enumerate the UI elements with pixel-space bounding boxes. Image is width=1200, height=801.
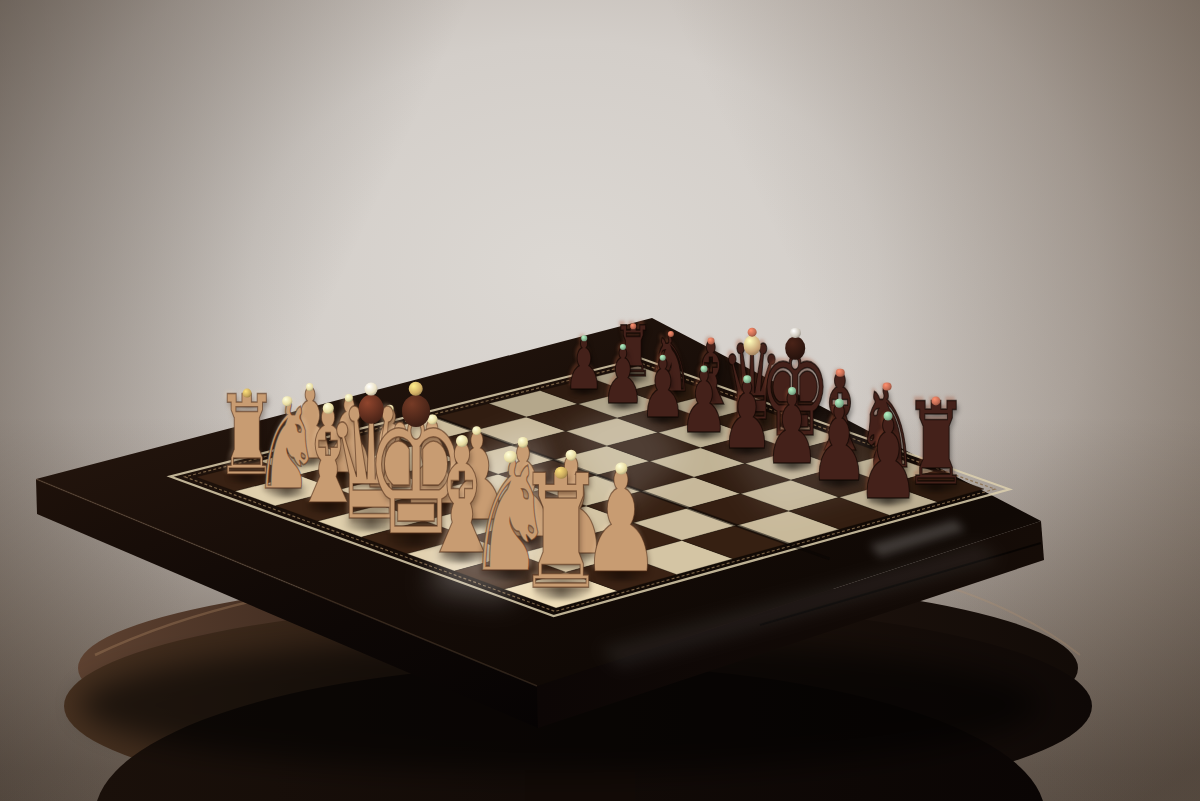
pedestal-column (525, 770, 635, 801)
scene: ♜♜♟♟♞♞♟♟♝♝♟♟♛♛♟♟♚♚♟♟♝♝♟♟♟♟♞♞♟♟♜♜♟♟♜♜♟♟♞♞… (0, 0, 1200, 801)
table-and-board-graphic (0, 0, 1200, 801)
